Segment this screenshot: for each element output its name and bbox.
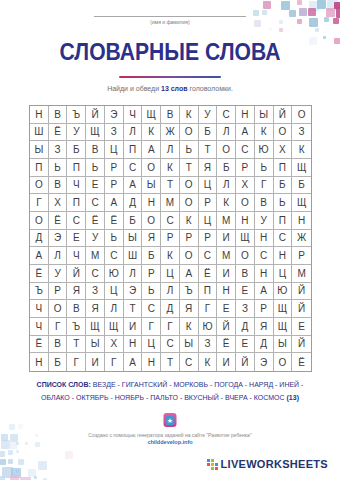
- grid-cell[interactable]: Ё: [30, 336, 49, 354]
- mosaic-square: [327, 0, 338, 11]
- mosaic-square: [16, 470, 19, 473]
- grid-cell[interactable]: Ь: [105, 230, 124, 248]
- grid-cell[interactable]: Ж: [292, 230, 311, 248]
- grid-cell[interactable]: О: [292, 106, 311, 124]
- mosaic-square: [253, 10, 259, 16]
- grid-cell[interactable]: Щ: [105, 318, 124, 336]
- grid-cell[interactable]: Д: [255, 336, 274, 354]
- grid-cell[interactable]: Ё: [49, 212, 68, 230]
- grid-cell[interactable]: Д: [236, 318, 255, 336]
- grid-cell[interactable]: Б: [217, 159, 236, 177]
- grid-cell[interactable]: О: [274, 124, 293, 142]
- grid-cell[interactable]: Т: [161, 353, 180, 371]
- grid-cell[interactable]: З: [292, 124, 311, 142]
- grid-cell[interactable]: В: [49, 336, 68, 354]
- grid-cell[interactable]: С: [86, 265, 105, 283]
- grid-cell[interactable]: Л: [161, 283, 180, 301]
- grid-cell[interactable]: Р: [161, 230, 180, 248]
- grid-cell[interactable]: И: [217, 265, 236, 283]
- grid-cell[interactable]: К: [161, 247, 180, 265]
- grid-cell[interactable]: П: [67, 194, 86, 212]
- grid-cell[interactable]: Н: [236, 212, 255, 230]
- grid-cell[interactable]: Й: [67, 265, 86, 283]
- grid-cell[interactable]: Т: [199, 141, 218, 159]
- grid-cell[interactable]: Я: [255, 318, 274, 336]
- grid-cell[interactable]: Е: [217, 300, 236, 318]
- grid-cell[interactable]: Н: [142, 353, 161, 371]
- mosaic-square: [309, 1, 319, 11]
- grid-cell[interactable]: Э: [255, 353, 274, 371]
- grid-cell[interactable]: Г: [255, 177, 274, 195]
- grid-cell[interactable]: П: [274, 159, 293, 177]
- grid-cell[interactable]: С: [199, 247, 218, 265]
- star-icon: ★: [166, 416, 175, 425]
- mosaic-square: [336, 7, 340, 18]
- grid-cell[interactable]: Б: [124, 212, 143, 230]
- grid-cell[interactable]: К: [161, 159, 180, 177]
- grid-cell[interactable]: Н: [292, 212, 311, 230]
- mosaic-square: [323, 36, 326, 39]
- grid-cell[interactable]: М: [217, 212, 236, 230]
- grid-cell[interactable]: Т: [124, 300, 143, 318]
- grid-cell[interactable]: К: [292, 141, 311, 159]
- grid-cell[interactable]: Э: [49, 230, 68, 248]
- grid-cell[interactable]: В: [255, 194, 274, 212]
- mosaic-square: [0, 451, 5, 457]
- grid-cell[interactable]: Л: [161, 141, 180, 159]
- name-input-line[interactable]: [94, 16, 246, 17]
- grid-cell[interactable]: Я: [67, 283, 86, 301]
- grid-cell[interactable]: В: [49, 177, 68, 195]
- grid-cell[interactable]: Я: [86, 300, 105, 318]
- grid-cell[interactable]: Ц: [161, 265, 180, 283]
- grid-cell[interactable]: Г: [105, 353, 124, 371]
- childdevelop-site-link[interactable]: childdevelop.info: [0, 439, 340, 445]
- grid-cell[interactable]: Б: [199, 124, 218, 142]
- word-list-count: (13): [287, 394, 299, 401]
- grid-cell[interactable]: З: [236, 300, 255, 318]
- grid-cell[interactable]: Щ: [274, 318, 293, 336]
- grid-cell[interactable]: С: [105, 247, 124, 265]
- grid-cell[interactable]: Н: [255, 230, 274, 248]
- grid-cell[interactable]: И: [86, 353, 105, 371]
- grid-cell[interactable]: Ъ: [30, 283, 49, 301]
- grid-cell[interactable]: Н: [30, 353, 49, 371]
- grid-cell[interactable]: Ш: [30, 124, 49, 142]
- grid-cell[interactable]: А: [124, 177, 143, 195]
- grid-cell[interactable]: Е: [86, 177, 105, 195]
- grid-cell[interactable]: Л: [124, 265, 143, 283]
- grid-cell[interactable]: О: [49, 300, 68, 318]
- liveworksheets-grid-icon: [207, 459, 218, 470]
- grid-cell[interactable]: В: [86, 141, 105, 159]
- grid-cell[interactable]: Ц: [105, 141, 124, 159]
- grid-cell[interactable]: М: [86, 247, 105, 265]
- grid-cell[interactable]: Ё: [199, 265, 218, 283]
- grid-cell[interactable]: Н: [124, 336, 143, 354]
- grid-cell[interactable]: Х: [274, 141, 293, 159]
- grid-cell[interactable]: С: [142, 300, 161, 318]
- grid-cell[interactable]: Ч: [30, 300, 49, 318]
- grid-cell[interactable]: Ю: [199, 318, 218, 336]
- worksheet-page: (имя и фамилия) СЛОВАРНЫЕ СЛОВА Найди и …: [0, 0, 340, 480]
- grid-cell[interactable]: Т: [161, 177, 180, 195]
- grid-cell[interactable]: У: [199, 106, 218, 124]
- instruction-word-count: 13 слов: [161, 85, 188, 92]
- word-search-grid: НВЪЙЭЧЩВКУСНЫЙОШЁУЩЗЛКЖОБЛАКОЗЫЗБВЦПАЛЬТ…: [29, 105, 312, 372]
- grid-cell[interactable]: К: [142, 124, 161, 142]
- grid-cell[interactable]: Ю: [274, 283, 293, 301]
- grid-cell[interactable]: Т: [67, 336, 86, 354]
- grid-cell[interactable]: Ь: [142, 283, 161, 301]
- grid-cell[interactable]: Ь: [274, 194, 293, 212]
- grid-cell[interactable]: Р: [199, 194, 218, 212]
- grid-cell[interactable]: Э: [105, 106, 124, 124]
- grid-cell[interactable]: Н: [217, 283, 236, 301]
- mosaic-square: [65, 451, 73, 459]
- grid-cell[interactable]: Р: [49, 283, 68, 301]
- grid-cell[interactable]: Щ: [292, 194, 311, 212]
- grid-cell[interactable]: Р: [142, 265, 161, 283]
- grid-cell[interactable]: Ц: [274, 265, 293, 283]
- mosaic-square: [326, 8, 335, 17]
- grid-cell[interactable]: П: [30, 159, 49, 177]
- grid-cell[interactable]: О: [142, 212, 161, 230]
- mosaic-square: [317, 0, 326, 9]
- grid-cell[interactable]: Ч: [124, 106, 143, 124]
- grid-cell[interactable]: Я: [142, 230, 161, 248]
- grid-cell[interactable]: О: [217, 141, 236, 159]
- grid-cell[interactable]: О: [30, 212, 49, 230]
- grid-cell[interactable]: З: [86, 283, 105, 301]
- grid-cell[interactable]: Я: [180, 300, 199, 318]
- grid-cell[interactable]: Ь: [255, 159, 274, 177]
- grid-cell[interactable]: В: [49, 106, 68, 124]
- grid-cell[interactable]: З: [105, 124, 124, 142]
- mosaic-square: [262, 10, 267, 15]
- grid-cell[interactable]: К: [180, 106, 199, 124]
- grid-cell[interactable]: П: [124, 141, 143, 159]
- grid-cell[interactable]: К: [217, 194, 236, 212]
- grid-cell[interactable]: А: [180, 265, 199, 283]
- mosaic-square: [299, 8, 307, 16]
- mosaic-square: [10, 475, 19, 480]
- grid-cell[interactable]: Ы: [30, 141, 49, 159]
- grid-cell[interactable]: Е: [236, 336, 255, 354]
- grid-cell[interactable]: Ё: [49, 124, 68, 142]
- mosaic-square: [28, 469, 36, 477]
- grid-cell[interactable]: П: [274, 212, 293, 230]
- grid-cell[interactable]: Ц: [105, 283, 124, 301]
- grid-cell[interactable]: Р: [105, 177, 124, 195]
- grid-cell[interactable]: Н: [30, 106, 49, 124]
- grid-cell[interactable]: Б: [67, 141, 86, 159]
- grid-cell[interactable]: Й: [292, 283, 311, 301]
- mosaic-square: [279, 28, 283, 32]
- grid-cell[interactable]: С: [274, 230, 293, 248]
- grid-cell[interactable]: Ш: [124, 247, 143, 265]
- grid-cell[interactable]: С: [161, 212, 180, 230]
- grid-cell[interactable]: Ы: [180, 336, 199, 354]
- grid-cell[interactable]: В: [161, 106, 180, 124]
- grid-cell[interactable]: Й: [292, 300, 311, 318]
- mosaic-square: [269, 28, 272, 31]
- grid-cell[interactable]: О: [142, 159, 161, 177]
- grid-cell[interactable]: Б: [49, 353, 68, 371]
- corner-mosaic-bottom-left: [0, 414, 88, 480]
- grid-cell[interactable]: Н: [142, 194, 161, 212]
- grid-cell[interactable]: Г: [67, 353, 86, 371]
- mosaic-square: [16, 450, 19, 453]
- grid-cell[interactable]: Р: [199, 230, 218, 248]
- grid-cell[interactable]: Д: [161, 300, 180, 318]
- grid-cell[interactable]: Й: [292, 336, 311, 354]
- grid-cell[interactable]: С: [86, 194, 105, 212]
- grid-cell[interactable]: О: [274, 353, 293, 371]
- mosaic-square: [0, 476, 5, 480]
- grid-cell[interactable]: Б: [274, 177, 293, 195]
- grid-cell[interactable]: А: [255, 283, 274, 301]
- grid-cell[interactable]: Ы: [142, 177, 161, 195]
- grid-cell[interactable]: В: [236, 265, 255, 283]
- grid-cell[interactable]: Ё: [30, 265, 49, 283]
- mosaic-square: [308, 8, 316, 16]
- grid-cell[interactable]: У: [86, 230, 105, 248]
- grid-cell[interactable]: Щ: [292, 159, 311, 177]
- grid-cell[interactable]: Ё: [217, 336, 236, 354]
- instruction-text: Найди и обведи 13 слов головоломки.: [0, 85, 340, 92]
- mosaic-square: [281, 1, 290, 10]
- grid-cell[interactable]: Р: [236, 159, 255, 177]
- grid-cell[interactable]: Ё: [105, 212, 124, 230]
- grid-cell[interactable]: Ю: [255, 141, 274, 159]
- page-title: СЛОВАРНЫЕ СЛОВА: [20, 38, 319, 66]
- grid-cell[interactable]: И: [217, 230, 236, 248]
- grid-cell[interactable]: Ь: [180, 141, 199, 159]
- grid-cell[interactable]: Л: [217, 124, 236, 142]
- grid-cell[interactable]: С: [217, 106, 236, 124]
- grid-cell[interactable]: Г: [199, 300, 218, 318]
- grid-cell[interactable]: З: [199, 336, 218, 354]
- grid-cell[interactable]: Щ: [86, 318, 105, 336]
- mosaic-square: [38, 461, 47, 470]
- title-underline: [119, 76, 221, 78]
- grid-cell[interactable]: С: [255, 247, 274, 265]
- grid-cell[interactable]: О: [236, 194, 255, 212]
- grid-cell[interactable]: Ы: [86, 336, 105, 354]
- word-list: СПИСОК СЛОВ: ВЕЗДЕ - ГИГАНТСКИЙ - МОРКОВ…: [28, 378, 312, 405]
- grid-cell[interactable]: Ъ: [67, 318, 86, 336]
- grid-cell[interactable]: О: [180, 177, 199, 195]
- grid-cell[interactable]: Ъ: [67, 106, 86, 124]
- mosaic-square: [315, 28, 319, 32]
- mosaic-square: [8, 450, 13, 455]
- mosaic-square: [8, 459, 13, 464]
- grid-cell[interactable]: О: [236, 247, 255, 265]
- grid-cell[interactable]: Ё: [86, 212, 105, 230]
- grid-cell[interactable]: Ч: [30, 318, 49, 336]
- grid-cell[interactable]: Е: [292, 318, 311, 336]
- grid-cell[interactable]: Г: [161, 318, 180, 336]
- grid-cell[interactable]: У: [67, 124, 86, 142]
- grid-cell[interactable]: А: [105, 194, 124, 212]
- grid-cell[interactable]: Р: [255, 300, 274, 318]
- grid-cell[interactable]: Щ: [236, 230, 255, 248]
- grid-cell[interactable]: К: [180, 212, 199, 230]
- grid-cell[interactable]: У: [49, 265, 68, 283]
- grid-cell[interactable]: Л: [105, 300, 124, 318]
- grid-cell[interactable]: Н: [274, 247, 293, 265]
- grid-cell[interactable]: А: [30, 247, 49, 265]
- mosaic-square: [334, 2, 340, 9]
- grid-cell[interactable]: Ц: [199, 177, 218, 195]
- grid-cell[interactable]: Г: [142, 318, 161, 336]
- mosaic-square: [334, 38, 340, 44]
- grid-cell[interactable]: Щ: [142, 106, 161, 124]
- grid-cell[interactable]: С: [180, 353, 199, 371]
- grid-cell[interactable]: Л: [217, 177, 236, 195]
- liveworksheets-wordmark: LIVEWORKSHEETS: [221, 458, 329, 470]
- liveworksheets-logo[interactable]: LIVEWORKSHEETS: [207, 458, 329, 470]
- mosaic-square: [18, 459, 24, 465]
- grid-cell[interactable]: Н: [255, 265, 274, 283]
- grid-cell[interactable]: О: [30, 177, 49, 195]
- grid-cell[interactable]: М: [161, 194, 180, 212]
- grid-cell[interactable]: Б: [142, 247, 161, 265]
- grid-cell[interactable]: Л: [124, 124, 143, 142]
- grid-cell[interactable]: Е: [67, 230, 86, 248]
- grid-cell[interactable]: Е: [236, 283, 255, 301]
- mosaic-square: [2, 467, 13, 478]
- grid-cell[interactable]: Щ: [86, 124, 105, 142]
- mosaic-square: [11, 468, 21, 478]
- grid-cell[interactable]: Х: [49, 194, 68, 212]
- star-badge-icon: ★: [164, 413, 177, 427]
- grid-cell[interactable]: И: [217, 353, 236, 371]
- grid-cell[interactable]: С: [124, 159, 143, 177]
- grid-cell[interactable]: Ж: [161, 124, 180, 142]
- grid-cell[interactable]: Ь: [86, 159, 105, 177]
- mosaic-square: [18, 424, 23, 429]
- grid-cell[interactable]: Ч: [67, 177, 86, 195]
- grid-cell[interactable]: Я: [199, 159, 218, 177]
- grid-cell[interactable]: У: [255, 212, 274, 230]
- instruction-prefix: Найди и обведи: [107, 85, 161, 92]
- grid-cell[interactable]: О: [180, 124, 199, 142]
- grid-cell[interactable]: П: [199, 283, 218, 301]
- grid-cell[interactable]: Щ: [274, 300, 293, 318]
- childdevelop-logo: ★: [164, 413, 177, 427]
- grid-cell[interactable]: Ю: [105, 265, 124, 283]
- grid-cell[interactable]: Г: [30, 194, 49, 212]
- mosaic-square: [34, 476, 37, 479]
- mosaic-square: [263, 1, 271, 9]
- grid-cell[interactable]: Б: [292, 177, 311, 195]
- grid-cell[interactable]: А: [236, 124, 255, 142]
- grid-cell[interactable]: В: [67, 300, 86, 318]
- grid-cell[interactable]: Ё: [292, 353, 311, 371]
- mosaic-square: [9, 424, 15, 430]
- grid-cell[interactable]: Й: [274, 106, 293, 124]
- grid-cell[interactable]: Й: [236, 353, 255, 371]
- grid-cell[interactable]: Т: [180, 159, 199, 177]
- grid-cell[interactable]: К: [255, 124, 274, 142]
- grid-cell[interactable]: Ч: [67, 247, 86, 265]
- grid-cell[interactable]: Р: [292, 247, 311, 265]
- grid-cell[interactable]: С: [161, 336, 180, 354]
- grid-cell[interactable]: Ы: [274, 336, 293, 354]
- grid-cell[interactable]: Й: [86, 106, 105, 124]
- grid-cell[interactable]: Ъ: [180, 283, 199, 301]
- grid-cell[interactable]: М: [217, 247, 236, 265]
- grid-cell[interactable]: С: [67, 212, 86, 230]
- grid-cell[interactable]: Х: [105, 336, 124, 354]
- grid-cell[interactable]: О: [180, 247, 199, 265]
- credit-text: Создано с помощью генератора заданий на …: [0, 432, 340, 438]
- grid-cell[interactable]: Г: [49, 318, 68, 336]
- name-line-label: (имя и фамилия): [0, 19, 340, 25]
- grid-cell[interactable]: И: [124, 318, 143, 336]
- grid-cell[interactable]: К: [199, 353, 218, 371]
- mosaic-square: [289, 10, 296, 17]
- grid-cell[interactable]: К: [180, 318, 199, 336]
- grid-cell[interactable]: Ы: [255, 106, 274, 124]
- grid-cell[interactable]: Р: [105, 159, 124, 177]
- grid-cell[interactable]: А: [124, 353, 143, 371]
- instruction-suffix: головоломки.: [188, 85, 233, 92]
- grid-cell[interactable]: З: [49, 141, 68, 159]
- grid-cell[interactable]: Л: [49, 247, 68, 265]
- grid-cell[interactable]: П: [67, 159, 86, 177]
- grid-cell[interactable]: Ы: [124, 230, 143, 248]
- grid-cell[interactable]: Э: [124, 283, 143, 301]
- grid-cell[interactable]: Ц: [199, 212, 218, 230]
- grid-cell[interactable]: Ь: [49, 159, 68, 177]
- mosaic-square: [297, 0, 302, 5]
- grid-cell[interactable]: Д: [30, 230, 49, 248]
- grid-cell[interactable]: Х: [236, 177, 255, 195]
- grid-cell[interactable]: А: [142, 141, 161, 159]
- grid-cell[interactable]: Н: [236, 106, 255, 124]
- word-list-label: СПИСОК СЛОВ:: [37, 381, 91, 388]
- grid-cell[interactable]: С: [236, 141, 255, 159]
- grid-cell[interactable]: Р: [180, 230, 199, 248]
- grid-cell[interactable]: О: [180, 194, 199, 212]
- grid-cell[interactable]: Й: [217, 318, 236, 336]
- grid-cell[interactable]: Ц: [142, 336, 161, 354]
- mosaic-square: [0, 459, 6, 465]
- grid-cell[interactable]: Д: [124, 194, 143, 212]
- grid-cell[interactable]: М: [292, 265, 311, 283]
